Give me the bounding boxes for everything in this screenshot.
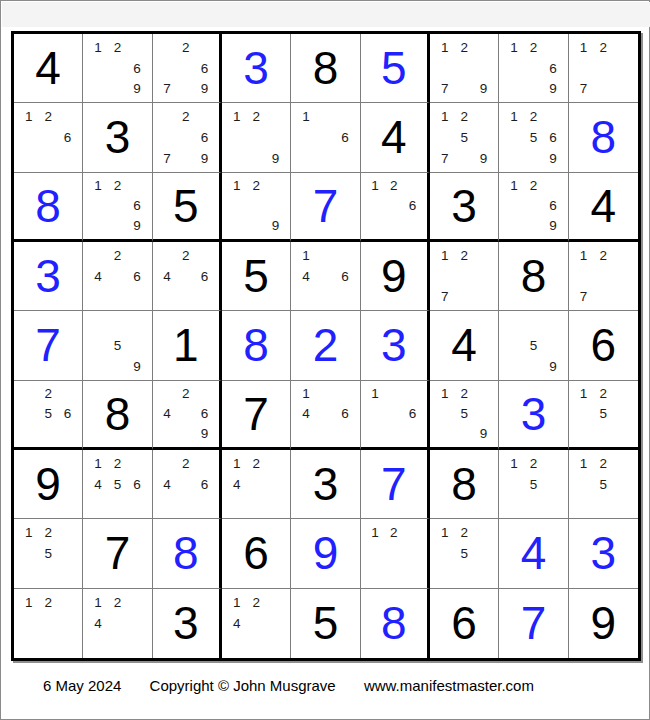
cell-r5c6[interactable]: 3 <box>361 311 430 380</box>
pencil-marks: 246 <box>153 450 219 518</box>
pencil-marks: 1269 <box>83 173 151 239</box>
candidate-empty <box>266 196 285 216</box>
pencil-marks: 146 <box>291 242 359 310</box>
candidate-empty <box>88 245 107 266</box>
candidate-7: 7 <box>435 287 454 308</box>
candidate-empty <box>296 424 315 444</box>
pencil-marks: 256 <box>14 381 82 447</box>
cell-r1c1[interactable]: 4 <box>14 34 83 103</box>
pencil-marks: 146 <box>291 381 359 447</box>
cell-r7c7[interactable]: 8 <box>430 450 499 519</box>
pencil-marks: 1269 <box>499 34 567 102</box>
candidate-empty <box>613 58 633 79</box>
pencil-marks: 1269 <box>83 34 151 102</box>
candidate-empty <box>176 58 195 79</box>
candidate-2: 2 <box>246 176 265 196</box>
footer-copyright: Copyright © John Musgrave <box>150 677 336 694</box>
candidate-2: 2 <box>524 176 543 196</box>
pencil-marks: 125 <box>430 519 498 587</box>
cell-r1c7[interactable]: 1279 <box>430 34 499 103</box>
cell-r2c8[interactable]: 12569 <box>499 103 568 172</box>
candidate-9: 9 <box>474 424 493 444</box>
candidate-empty <box>403 176 422 196</box>
cell-r6c1[interactable]: 256 <box>14 381 83 450</box>
candidate-2: 2 <box>524 37 543 58</box>
cell-r2c2[interactable]: 3 <box>83 103 152 172</box>
candidate-2: 2 <box>38 592 57 613</box>
candidate-empty <box>108 495 127 516</box>
candidate-empty <box>366 564 385 585</box>
candidate-empty <box>366 196 385 216</box>
cell-r7c5[interactable]: 3 <box>291 450 360 519</box>
candidate-1: 1 <box>296 106 315 127</box>
cell-r3c9[interactable]: 4 <box>569 173 638 242</box>
candidate-empty <box>316 404 335 424</box>
cell-r8c7[interactable]: 125 <box>430 519 499 588</box>
candidate-empty <box>574 404 594 424</box>
candidate-empty <box>88 216 107 236</box>
candidate-empty <box>504 148 523 169</box>
candidate-empty <box>335 287 354 308</box>
cell-r8c6[interactable]: 12 <box>361 519 430 588</box>
cell-r4c5[interactable]: 146 <box>291 242 360 311</box>
candidate-empty <box>158 424 177 444</box>
candidate-empty <box>195 245 214 266</box>
candidate-empty <box>593 58 613 79</box>
candidate-empty <box>504 495 523 516</box>
cell-r6c5[interactable]: 146 <box>291 381 360 450</box>
pencil-marks: 12 <box>361 519 427 587</box>
candidate-1: 1 <box>88 176 107 196</box>
entered-digit: 3 <box>521 391 547 437</box>
given-digit: 5 <box>243 253 269 299</box>
candidate-6: 6 <box>127 58 146 79</box>
candidate-2: 2 <box>593 245 613 266</box>
cell-r4c8[interactable]: 8 <box>499 242 568 311</box>
cell-r5c3[interactable]: 1 <box>153 311 222 380</box>
candidate-2: 2 <box>38 522 57 543</box>
candidate-empty <box>543 453 562 474</box>
pencil-marks: 125 <box>569 381 638 447</box>
pencil-marks: 246 <box>153 242 219 310</box>
cell-r9c7[interactable]: 6 <box>430 589 499 658</box>
cell-r2c9[interactable]: 8 <box>569 103 638 172</box>
cell-r9c2[interactable]: 124 <box>83 589 152 658</box>
pencil-marks: 1269 <box>499 173 567 239</box>
candidate-empty <box>335 424 354 444</box>
candidate-2: 2 <box>593 37 613 58</box>
cell-r6c7[interactable]: 1259 <box>430 381 499 450</box>
candidate-empty <box>403 424 422 444</box>
candidate-empty <box>474 106 493 127</box>
candidate-empty <box>266 453 285 474</box>
candidate-empty <box>195 495 214 516</box>
candidate-empty <box>403 564 422 585</box>
cell-r2c3[interactable]: 2679 <box>153 103 222 172</box>
cell-r1c3[interactable]: 2679 <box>153 34 222 103</box>
candidate-2: 2 <box>384 176 403 196</box>
candidate-empty <box>108 58 127 79</box>
candidate-empty <box>158 287 177 308</box>
entered-digit: 7 <box>313 183 339 229</box>
candidate-empty <box>58 106 77 127</box>
candidate-6: 6 <box>127 196 146 216</box>
candidate-empty <box>227 634 246 655</box>
footer-website: www.manifestmaster.com <box>364 677 534 694</box>
candidate-empty <box>316 106 335 127</box>
cell-r7c6[interactable]: 7 <box>361 450 430 519</box>
cell-r2c6[interactable]: 4 <box>361 103 430 172</box>
candidate-6: 6 <box>195 127 214 148</box>
given-digit: 9 <box>35 461 61 507</box>
cell-r5c7[interactable]: 4 <box>430 311 499 380</box>
cell-r4c3[interactable]: 246 <box>153 242 222 311</box>
entered-digit: 8 <box>591 114 617 160</box>
cell-r9c3[interactable]: 3 <box>153 589 222 658</box>
candidate-empty <box>19 127 38 148</box>
candidate-empty <box>266 176 285 196</box>
candidate-empty <box>266 495 285 516</box>
candidate-empty <box>474 37 493 58</box>
candidate-empty <box>524 196 543 216</box>
candidate-empty <box>108 266 127 287</box>
candidate-2: 2 <box>108 592 127 613</box>
cell-r4c1[interactable]: 3 <box>14 242 83 311</box>
cell-r7c2[interactable]: 12456 <box>83 450 152 519</box>
candidate-1: 1 <box>227 453 246 474</box>
candidate-empty <box>454 424 473 444</box>
candidate-empty <box>127 495 146 516</box>
cell-r4c2[interactable]: 246 <box>83 242 152 311</box>
candidate-empty <box>435 564 454 585</box>
candidate-empty <box>127 453 146 474</box>
candidate-empty <box>246 634 265 655</box>
cell-r7c1[interactable]: 9 <box>14 450 83 519</box>
candidate-1: 1 <box>435 245 454 266</box>
candidate-empty <box>454 79 473 100</box>
candidate-empty <box>246 216 265 236</box>
given-digit: 8 <box>521 253 547 299</box>
cell-r9c8[interactable]: 7 <box>499 589 568 658</box>
candidate-2: 2 <box>38 384 57 404</box>
cell-r3c2[interactable]: 1269 <box>83 173 152 242</box>
candidate-4: 4 <box>227 474 246 495</box>
given-digit: 3 <box>173 600 199 646</box>
cell-r3c7[interactable]: 3 <box>430 173 499 242</box>
candidate-empty <box>246 196 265 216</box>
candidate-1: 1 <box>435 106 454 127</box>
given-digit: 8 <box>313 45 339 91</box>
candidate-empty <box>127 335 146 356</box>
candidate-6: 6 <box>195 474 214 495</box>
candidate-empty <box>543 106 562 127</box>
candidate-empty <box>454 148 473 169</box>
pencil-marks: 1259 <box>430 381 498 447</box>
candidate-empty <box>504 216 523 236</box>
cell-r3c4[interactable]: 129 <box>222 173 291 242</box>
candidate-empty <box>19 384 38 404</box>
candidate-7: 7 <box>435 79 454 100</box>
candidate-1: 1 <box>574 37 594 58</box>
candidate-empty <box>266 634 285 655</box>
cell-r4c6[interactable]: 9 <box>361 242 430 311</box>
candidate-4: 4 <box>158 266 177 287</box>
candidate-2: 2 <box>176 37 195 58</box>
candidate-empty <box>19 148 38 169</box>
candidate-2: 2 <box>108 245 127 266</box>
candidate-empty <box>108 216 127 236</box>
cell-r1c2[interactable]: 1269 <box>83 34 152 103</box>
candidate-5: 5 <box>454 543 473 564</box>
candidate-1: 1 <box>366 176 385 196</box>
candidate-empty <box>176 495 195 516</box>
cell-r1c5[interactable]: 8 <box>291 34 360 103</box>
candidate-6: 6 <box>195 266 214 287</box>
candidate-2: 2 <box>176 245 195 266</box>
page-top-strip <box>2 2 650 27</box>
cell-r7c8[interactable]: 125 <box>499 450 568 519</box>
cell-r9c1[interactable]: 12 <box>14 589 83 658</box>
pencil-marks: 127 <box>430 242 498 310</box>
candidate-empty <box>88 58 107 79</box>
candidate-1: 1 <box>88 37 107 58</box>
cell-r3c6[interactable]: 126 <box>361 173 430 242</box>
cell-r3c5[interactable]: 7 <box>291 173 360 242</box>
candidate-empty <box>176 404 195 424</box>
candidate-2: 2 <box>593 384 613 404</box>
candidate-empty <box>58 424 77 444</box>
candidate-4: 4 <box>88 474 107 495</box>
candidate-empty <box>108 356 127 377</box>
candidate-6: 6 <box>543 196 562 216</box>
cell-r8c1[interactable]: 125 <box>14 519 83 588</box>
candidate-empty <box>474 522 493 543</box>
candidate-empty <box>195 453 214 474</box>
candidate-4: 4 <box>296 266 315 287</box>
cell-r3c3[interactable]: 5 <box>153 173 222 242</box>
candidate-empty <box>613 424 633 444</box>
entered-digit: 7 <box>35 322 61 368</box>
candidate-empty <box>613 287 633 308</box>
cell-r9c4[interactable]: 124 <box>222 589 291 658</box>
candidate-empty <box>127 245 146 266</box>
candidate-empty <box>176 474 195 495</box>
entered-digit: 8 <box>243 322 269 368</box>
cell-r3c8[interactable]: 1269 <box>499 173 568 242</box>
cell-r2c1[interactable]: 126 <box>14 103 83 172</box>
candidate-1: 1 <box>435 37 454 58</box>
candidate-7: 7 <box>574 287 594 308</box>
candidate-empty <box>108 196 127 216</box>
cell-r8c8[interactable]: 4 <box>499 519 568 588</box>
candidate-empty <box>474 543 493 564</box>
cell-r9c9[interactable]: 9 <box>569 589 638 658</box>
candidate-6: 6 <box>403 196 422 216</box>
candidate-6: 6 <box>127 474 146 495</box>
pencil-marks: 59 <box>499 311 567 379</box>
candidate-empty <box>158 37 177 58</box>
candidate-empty <box>127 37 146 58</box>
candidate-empty <box>524 356 543 377</box>
candidate-empty <box>524 58 543 79</box>
candidate-empty <box>127 176 146 196</box>
cell-r5c2[interactable]: 59 <box>83 311 152 380</box>
cell-r5c5[interactable]: 2 <box>291 311 360 380</box>
pencil-marks: 2469 <box>153 381 219 447</box>
candidate-2: 2 <box>108 176 127 196</box>
candidate-empty <box>158 106 177 127</box>
cell-r6c4[interactable]: 7 <box>222 381 291 450</box>
cell-r5c1[interactable]: 7 <box>14 311 83 380</box>
candidate-empty <box>593 79 613 100</box>
entered-digit: 3 <box>591 530 617 576</box>
cell-r6c3[interactable]: 2469 <box>153 381 222 450</box>
candidate-9: 9 <box>127 79 146 100</box>
candidate-empty <box>454 287 473 308</box>
candidate-1: 1 <box>435 384 454 404</box>
candidate-empty <box>246 127 265 148</box>
candidate-empty <box>316 127 335 148</box>
cell-r9c5[interactable]: 5 <box>291 589 360 658</box>
candidate-empty <box>384 196 403 216</box>
pencil-marks: 124 <box>83 589 151 658</box>
cell-r2c5[interactable]: 16 <box>291 103 360 172</box>
candidate-empty <box>474 404 493 424</box>
cell-r1c8[interactable]: 1269 <box>499 34 568 103</box>
candidate-empty <box>246 474 265 495</box>
pencil-marks: 2679 <box>153 34 219 102</box>
candidate-2: 2 <box>593 453 613 474</box>
candidate-empty <box>176 79 195 100</box>
candidate-9: 9 <box>543 216 562 236</box>
candidate-9: 9 <box>266 148 285 169</box>
candidate-empty <box>227 495 246 516</box>
candidate-empty <box>504 58 523 79</box>
cell-r7c9[interactable]: 125 <box>569 450 638 519</box>
entered-digit: 3 <box>381 322 407 368</box>
given-digit: 4 <box>591 183 617 229</box>
pencil-marks: 16 <box>361 381 427 447</box>
candidate-empty <box>474 245 493 266</box>
candidate-empty <box>195 37 214 58</box>
cell-r1c9[interactable]: 127 <box>569 34 638 103</box>
candidate-empty <box>384 564 403 585</box>
pencil-marks: 125 <box>499 450 567 518</box>
candidate-empty <box>316 245 335 266</box>
candidate-empty <box>613 453 633 474</box>
cell-r7c3[interactable]: 246 <box>153 450 222 519</box>
cell-r6c6[interactable]: 16 <box>361 381 430 450</box>
entered-digit: 8 <box>173 530 199 576</box>
candidate-empty <box>195 106 214 127</box>
candidate-empty <box>108 79 127 100</box>
candidate-empty <box>38 564 57 585</box>
candidate-empty <box>335 245 354 266</box>
cell-r8c4[interactable]: 6 <box>222 519 291 588</box>
given-digit: 7 <box>105 530 131 576</box>
candidate-1: 1 <box>227 106 246 127</box>
candidate-empty <box>574 58 594 79</box>
candidate-empty <box>195 384 214 404</box>
candidate-empty <box>543 474 562 495</box>
candidate-empty <box>474 384 493 404</box>
pencil-marks: 12 <box>14 589 82 658</box>
candidate-2: 2 <box>524 453 543 474</box>
candidate-7: 7 <box>158 79 177 100</box>
cell-r3c1[interactable]: 8 <box>14 173 83 242</box>
candidate-2: 2 <box>246 453 265 474</box>
cell-r2c7[interactable]: 12579 <box>430 103 499 172</box>
given-digit: 9 <box>381 253 407 299</box>
cell-r8c9[interactable]: 3 <box>569 519 638 588</box>
cell-r8c2[interactable]: 7 <box>83 519 152 588</box>
candidate-4: 4 <box>158 474 177 495</box>
candidate-empty <box>88 356 107 377</box>
candidate-empty <box>613 404 633 424</box>
candidate-empty <box>435 404 454 424</box>
cell-r1c4[interactable]: 3 <box>222 34 291 103</box>
candidate-empty <box>543 314 562 335</box>
cell-r5c9[interactable]: 6 <box>569 311 638 380</box>
given-digit: 6 <box>243 530 269 576</box>
entered-digit: 2 <box>313 322 339 368</box>
cell-r2c4[interactable]: 129 <box>222 103 291 172</box>
candidate-5: 5 <box>108 335 127 356</box>
candidate-6: 6 <box>543 58 562 79</box>
entered-digit: 5 <box>381 45 407 91</box>
cell-r9c6[interactable]: 8 <box>361 589 430 658</box>
candidate-6: 6 <box>58 127 77 148</box>
given-digit: 3 <box>451 183 477 229</box>
candidate-empty <box>474 127 493 148</box>
candidate-empty <box>58 592 77 613</box>
candidate-1: 1 <box>504 453 523 474</box>
entered-digit: 9 <box>313 530 339 576</box>
candidate-empty <box>403 543 422 564</box>
cell-r7c4[interactable]: 124 <box>222 450 291 519</box>
given-digit: 8 <box>451 461 477 507</box>
cell-r5c8[interactable]: 59 <box>499 311 568 380</box>
candidate-9: 9 <box>474 79 493 100</box>
cell-r6c9[interactable]: 125 <box>569 381 638 450</box>
cell-r4c4[interactable]: 5 <box>222 242 291 311</box>
candidate-empty <box>613 266 633 287</box>
candidate-empty <box>316 148 335 169</box>
cell-r6c8[interactable]: 3 <box>499 381 568 450</box>
cell-r1c6[interactable]: 5 <box>361 34 430 103</box>
candidate-empty <box>543 37 562 58</box>
candidate-empty <box>574 495 594 516</box>
pencil-marks: 12456 <box>83 450 151 518</box>
candidate-2: 2 <box>454 522 473 543</box>
candidate-empty <box>246 148 265 169</box>
cell-r6c2[interactable]: 8 <box>83 381 152 450</box>
candidate-empty <box>38 634 57 655</box>
candidate-empty <box>176 127 195 148</box>
cell-r8c3[interactable]: 8 <box>153 519 222 588</box>
cell-r5c4[interactable]: 8 <box>222 311 291 380</box>
cell-r4c7[interactable]: 127 <box>430 242 499 311</box>
cell-r4c9[interactable]: 127 <box>569 242 638 311</box>
cell-r8c5[interactable]: 9 <box>291 519 360 588</box>
given-digit: 8 <box>105 391 131 437</box>
candidate-2: 2 <box>524 106 543 127</box>
given-digit: 3 <box>313 461 339 507</box>
candidate-9: 9 <box>266 216 285 236</box>
candidate-empty <box>524 148 543 169</box>
candidate-empty <box>316 266 335 287</box>
candidate-empty <box>474 58 493 79</box>
